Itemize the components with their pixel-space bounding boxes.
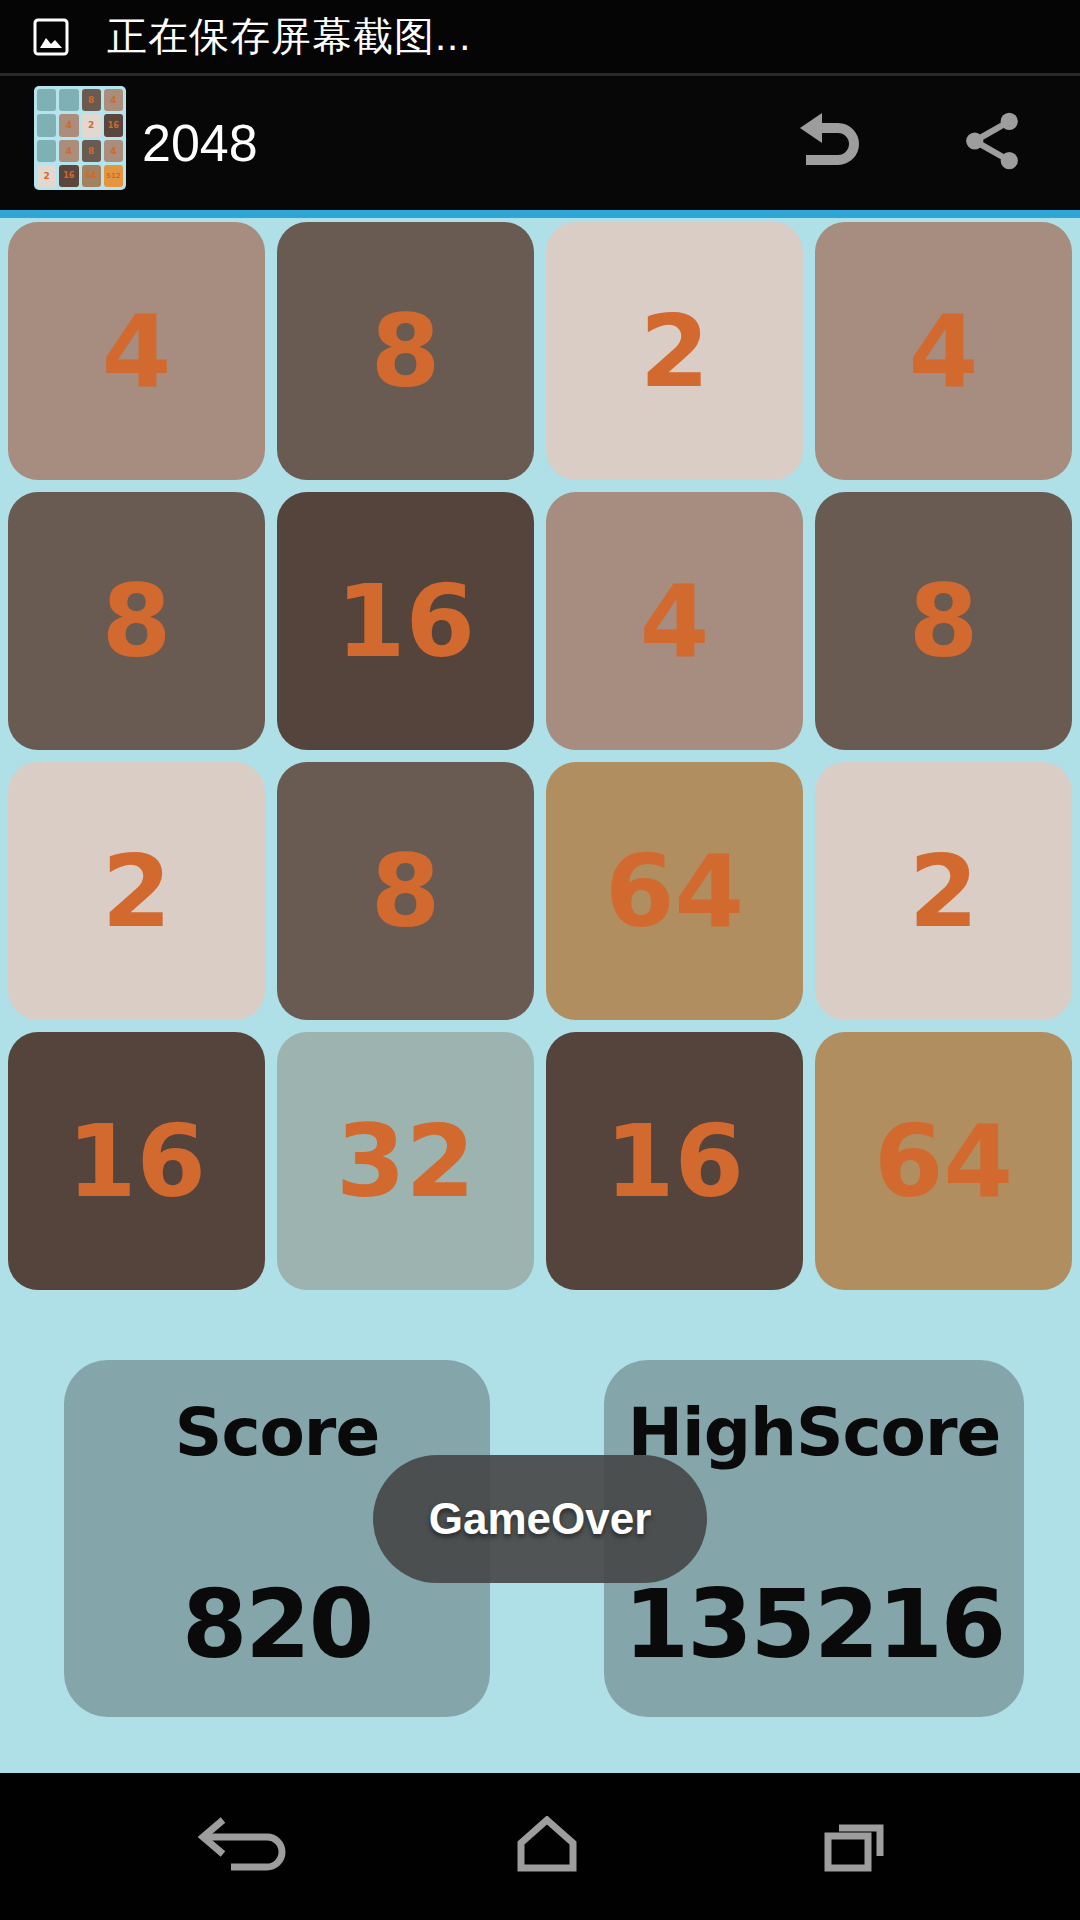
- board-grid[interactable]: 4 8 2 4 8 16 4 8 2 8 64 2 16 32 16 64: [8, 222, 1072, 1290]
- app-icon-cell: 4: [104, 140, 123, 162]
- app-icon-cell: 4: [59, 140, 78, 162]
- app-icon-cell: [37, 114, 56, 136]
- app-icon-cell: [59, 89, 78, 111]
- app-icon-cell: 16: [59, 165, 78, 187]
- game-area: 4 8 2 4 8 16 4 8 2 8 64 2 16 32 16 64 Sc…: [0, 218, 1080, 1773]
- app-icon-cell: [37, 140, 56, 162]
- share-button[interactable]: [946, 76, 1038, 210]
- tile: 4: [815, 222, 1072, 480]
- app-logo-2048-icon: 8 4 4 2 16 4 8 4 2 16 64 512: [34, 86, 126, 190]
- screenshot-image-icon: [33, 16, 69, 58]
- recents-icon: [823, 1816, 885, 1876]
- tile: 64: [815, 1032, 1072, 1290]
- tile: 2: [546, 222, 803, 480]
- tile: 8: [8, 492, 265, 750]
- tile: 32: [277, 1032, 534, 1290]
- nav-back-button[interactable]: [197, 1818, 293, 1874]
- score-label: Score: [175, 1394, 379, 1471]
- app-icon-cell: 4: [104, 89, 123, 111]
- app-icon-cell: 64: [82, 165, 101, 187]
- tile: 16: [277, 492, 534, 750]
- home-icon: [516, 1816, 578, 1876]
- tile: 4: [546, 492, 803, 750]
- tile: 2: [8, 762, 265, 1020]
- tile: 16: [8, 1032, 265, 1290]
- app-icon-cell: 16: [104, 114, 123, 136]
- nav-recents-button[interactable]: [823, 1818, 885, 1874]
- page-title: 2048: [142, 76, 258, 210]
- app-bar: 8 4 4 2 16 4 8 4 2 16 64 512 2048: [0, 76, 1080, 218]
- back-icon: [197, 1816, 293, 1876]
- app-icon-cell: 8: [82, 140, 101, 162]
- status-message: 正在保存屏幕截图...: [107, 9, 471, 64]
- score-value: 820: [182, 1570, 372, 1679]
- tile: 4: [8, 222, 265, 480]
- highscore-value: 135216: [624, 1570, 1004, 1679]
- share-icon: [960, 109, 1024, 177]
- navigation-bar: [0, 1773, 1080, 1920]
- tile: 64: [546, 762, 803, 1020]
- tile: 8: [277, 762, 534, 1020]
- tile: 2: [815, 762, 1072, 1020]
- game-over-badge: GameOver: [373, 1455, 707, 1583]
- app-icon-cell: 2: [82, 114, 101, 136]
- tile: 8: [277, 222, 534, 480]
- app-icon-cell: [37, 89, 56, 111]
- app-icon-cell: 512: [104, 165, 123, 187]
- status-bar[interactable]: 正在保存屏幕截图...: [0, 0, 1080, 76]
- game-over-label: GameOver: [429, 1494, 652, 1544]
- app-icon-cell: 4: [59, 114, 78, 136]
- tile: 8: [815, 492, 1072, 750]
- undo-button[interactable]: [786, 76, 878, 210]
- undo-icon: [798, 112, 866, 174]
- nav-home-button[interactable]: [516, 1818, 578, 1874]
- highscore-label: HighScore: [628, 1394, 1000, 1471]
- app-icon-cell: 8: [82, 89, 101, 111]
- tile: 16: [546, 1032, 803, 1290]
- app-icon-cell: 2: [37, 165, 56, 187]
